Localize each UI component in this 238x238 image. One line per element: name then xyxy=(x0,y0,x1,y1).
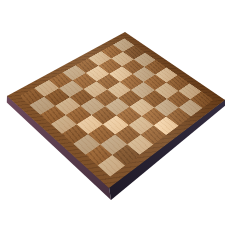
scene xyxy=(0,0,238,238)
